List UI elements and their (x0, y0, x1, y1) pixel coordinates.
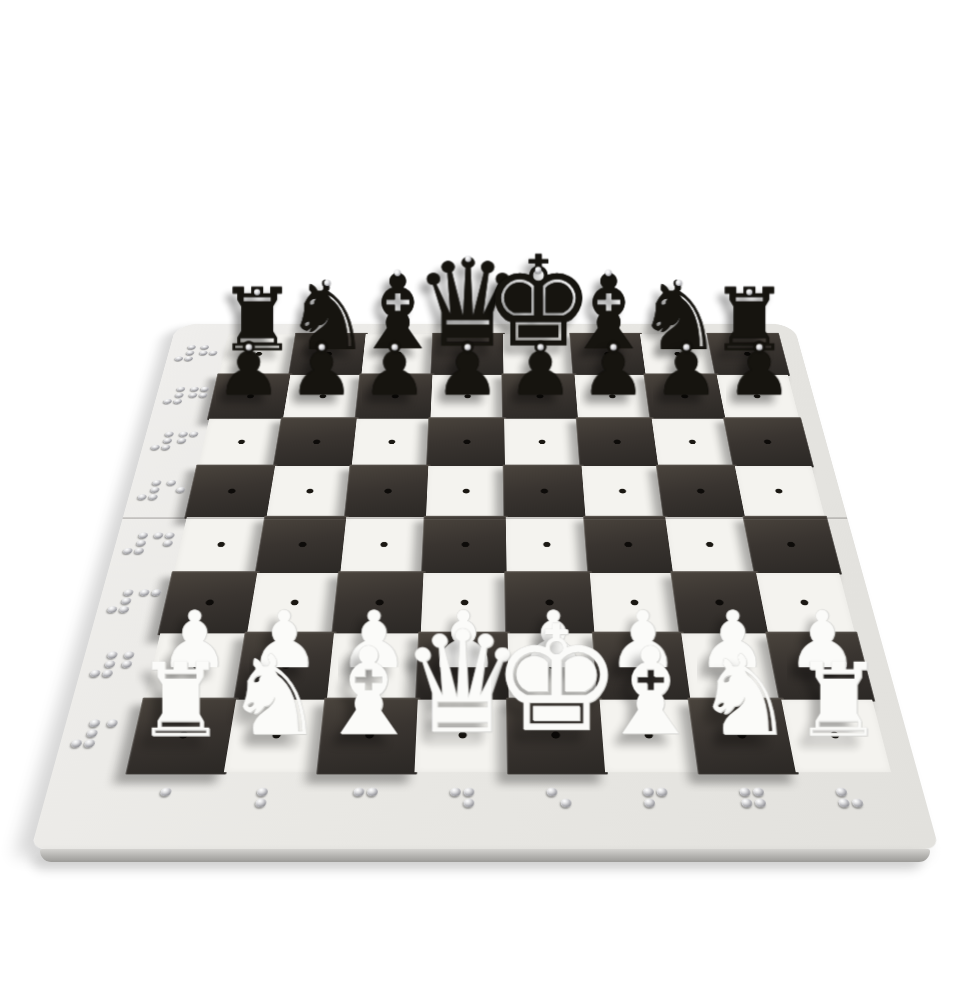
peg-hole (539, 440, 546, 444)
braille-dot (160, 788, 172, 797)
square-e4[interactable] (506, 517, 590, 573)
braille-dot (121, 660, 133, 667)
square-g4[interactable] (665, 517, 756, 573)
square-e1[interactable] (506, 698, 608, 775)
peg-hole (272, 732, 281, 739)
braille-dot (89, 719, 101, 727)
braille-cell (163, 387, 186, 404)
braille-dot (167, 480, 177, 486)
square-e2[interactable] (508, 633, 600, 699)
braille-dot (190, 387, 199, 392)
braille-dot (656, 788, 668, 797)
braille-cell (450, 788, 475, 819)
braille-dot (123, 548, 134, 554)
peg-hole (298, 542, 306, 547)
square-g6[interactable] (652, 419, 735, 466)
peg-hole (205, 600, 214, 606)
piece-pin (676, 280, 682, 286)
square-h1[interactable] (781, 700, 891, 773)
square-c7[interactable] (355, 374, 435, 420)
square-d6[interactable] (426, 417, 507, 467)
square-d1[interactable] (414, 700, 509, 773)
square-g3[interactable] (670, 571, 770, 635)
peg-hole (463, 440, 470, 444)
square-d3[interactable] (421, 573, 508, 634)
braille-dot (137, 494, 147, 500)
braille-dot (464, 799, 475, 808)
braille-dot (107, 651, 119, 658)
square-g7[interactable] (643, 374, 727, 420)
braille-dot (86, 729, 98, 737)
braille-dot (134, 548, 145, 554)
braille-dot (163, 399, 172, 404)
peg-hole (644, 732, 653, 739)
braille-dot (177, 438, 187, 443)
square-a3[interactable] (157, 571, 259, 635)
braille-dot (257, 788, 269, 797)
peg-hole (545, 600, 553, 606)
braille-cell (137, 480, 162, 500)
square-a4[interactable] (174, 517, 266, 573)
square-c5[interactable] (344, 465, 431, 519)
braille-dot (165, 532, 175, 538)
square-d4[interactable] (421, 516, 509, 575)
square-f5[interactable] (582, 466, 666, 517)
square-f7[interactable] (575, 375, 652, 419)
peg-hole (238, 440, 246, 444)
peg-hole (463, 489, 470, 494)
square-f3[interactable] (590, 573, 681, 634)
braille-dot (148, 494, 158, 500)
square-b2[interactable] (233, 632, 336, 702)
square-b5[interactable] (266, 466, 351, 517)
square-d2[interactable] (415, 632, 511, 702)
peg-hole (388, 440, 395, 444)
square-b3[interactable] (247, 573, 340, 634)
peg-hole (319, 394, 326, 398)
square-b8[interactable] (288, 333, 368, 376)
square-e7[interactable] (502, 374, 581, 420)
peg-hole (697, 489, 705, 494)
braille-cell (198, 345, 219, 361)
braille-dot (163, 540, 173, 546)
braille-dot (200, 387, 209, 392)
braille-dot (123, 589, 134, 596)
braille-dot (255, 799, 267, 808)
braille-dot (136, 540, 147, 546)
peg-hole (706, 542, 714, 547)
peg-hole (178, 732, 188, 739)
square-g1[interactable] (688, 698, 799, 775)
braille-dot (464, 788, 475, 797)
peg-hole (775, 489, 783, 494)
braille-dot (151, 445, 161, 450)
braille-rank-label-5 (137, 480, 187, 500)
braille-dot (353, 788, 364, 797)
braille-dot (176, 487, 186, 493)
braille-dot (119, 606, 130, 613)
braille-dot (107, 606, 118, 613)
braille-dot (104, 660, 116, 667)
braille-dot (739, 788, 751, 797)
braille-dot (138, 532, 148, 538)
braille-dot (185, 356, 194, 361)
braille-dot (102, 670, 114, 677)
chess-board: ♜♞♝♛♚♝♞♜♟♟♟♟♟♟♟♟♟♟♟♟♟♟♟♟♜♞♝♛♚♝♞♜ (31, 324, 939, 849)
braille-dot (189, 432, 198, 437)
braille-dot (753, 788, 765, 797)
braille-rank-label-6 (151, 432, 199, 450)
braille-dot (124, 651, 135, 658)
square-c8[interactable] (361, 334, 434, 375)
square-e5[interactable] (503, 465, 588, 519)
braille-dot (188, 345, 197, 349)
peg-hole (543, 542, 551, 547)
peg-hole (726, 663, 735, 669)
braille-cell (151, 432, 175, 450)
square-h2[interactable] (765, 632, 875, 702)
peg-hole (371, 663, 379, 669)
peg-hole (830, 732, 840, 739)
braille-rank-label-7 (163, 387, 209, 404)
peg-hole (313, 440, 321, 444)
braille-dot (139, 589, 150, 596)
square-b4[interactable] (255, 516, 349, 575)
piece-pin (324, 280, 330, 286)
peg-hole (392, 394, 399, 398)
peg-hole (814, 663, 824, 669)
square-g8[interactable] (640, 334, 717, 375)
braille-dot (151, 589, 162, 596)
braille-rank-label-8 (175, 345, 219, 361)
square-d5[interactable] (426, 466, 506, 517)
braille-dot (89, 670, 101, 677)
peg-hole (541, 489, 549, 494)
peg-hole (624, 542, 632, 547)
braille-dot (84, 739, 96, 747)
square-e8[interactable] (503, 334, 575, 375)
peg-hole (737, 732, 747, 739)
braille-dot (175, 393, 184, 398)
square-b7[interactable] (283, 375, 361, 419)
square-c2[interactable] (327, 633, 421, 699)
peg-hole (787, 542, 796, 547)
square-c4[interactable] (340, 517, 426, 573)
peg-hole (604, 352, 611, 356)
board-front-edge (40, 849, 930, 862)
braille-rank-label-1 (70, 719, 131, 747)
square-d7[interactable] (430, 375, 504, 419)
peg-hole (689, 440, 696, 444)
square-h3[interactable] (756, 573, 855, 634)
braille-rank-label-3 (107, 589, 162, 613)
peg-hole (637, 663, 646, 669)
square-g2[interactable] (681, 633, 781, 699)
braille-cell (253, 788, 282, 819)
braille-dot (741, 799, 753, 808)
piece-pin (606, 270, 612, 276)
braille-cell (175, 345, 197, 361)
braille-dot (152, 480, 162, 486)
peg-hole (681, 394, 689, 398)
braille-file-label-e (547, 788, 573, 819)
peg-hole (217, 542, 225, 547)
square-c3[interactable] (331, 571, 426, 635)
peg-hole (715, 600, 724, 606)
peg-hole (613, 440, 621, 444)
piece-pin (746, 289, 752, 295)
peg-hole (462, 542, 470, 547)
square-d8[interactable] (430, 333, 505, 376)
braille-dot (201, 345, 210, 349)
peg-hole (228, 489, 236, 494)
peg-hole (306, 489, 314, 494)
peg-hole (800, 600, 809, 605)
braille-rank-label-4 (123, 532, 176, 554)
square-b6[interactable] (273, 417, 359, 467)
braille-dot (175, 356, 184, 361)
peg-hole (395, 352, 402, 356)
braille-dot (838, 799, 851, 808)
square-h6[interactable] (723, 417, 814, 467)
braille-dot (177, 387, 186, 392)
braille-dot (163, 438, 173, 443)
peg-hole (763, 440, 771, 444)
braille-file-label-f (643, 788, 671, 819)
peg-hole (365, 732, 374, 739)
scene: ♜♞♝♛♚♝♞♜♟♟♟♟♟♟♟♟♟♟♟♟♟♟♟♟♜♞♝♛♚♝♞♜ (31, 0, 939, 849)
peg-hole (619, 489, 627, 494)
square-a2[interactable] (145, 633, 247, 699)
piece-pin (465, 256, 471, 262)
braille-dot (186, 351, 195, 355)
peg-hole (375, 600, 384, 606)
peg-hole (281, 663, 290, 669)
braille-dot (154, 532, 164, 538)
peg-hole (380, 542, 388, 547)
square-e3[interactable] (504, 571, 597, 635)
braille-dot (754, 799, 766, 808)
square-f8[interactable] (569, 333, 647, 376)
peg-hole (247, 394, 255, 398)
square-f2[interactable] (592, 632, 693, 702)
peg-hole (744, 352, 752, 356)
square-a8[interactable] (219, 334, 297, 375)
peg-hole (674, 352, 681, 356)
braille-dot (835, 788, 848, 797)
square-e6[interactable] (504, 419, 581, 466)
piece-pin (395, 270, 401, 276)
square-h5[interactable] (735, 466, 825, 517)
peg-hole (255, 352, 262, 356)
braille-cell (352, 788, 379, 819)
braille-dot (70, 739, 82, 747)
braille-dot (121, 598, 132, 605)
braille-cell (643, 788, 671, 819)
braille-dot (209, 351, 218, 355)
peg-hole (458, 732, 466, 739)
square-c1[interactable] (316, 698, 420, 775)
square-b1[interactable] (224, 700, 327, 773)
braille-file-label-b (253, 788, 282, 819)
square-h8[interactable] (706, 333, 790, 376)
braille-dot (643, 788, 655, 797)
square-a6[interactable] (198, 419, 283, 466)
braille-dot (851, 799, 864, 808)
braille-rank-label-2 (89, 651, 147, 677)
peg-hole (464, 394, 471, 398)
peg-hole (630, 600, 638, 605)
peg-hole (609, 394, 616, 398)
braille-cell (123, 532, 149, 554)
square-a5[interactable] (184, 465, 277, 519)
peg-hole (459, 663, 468, 669)
braille-dot (547, 788, 558, 797)
braille-dot (150, 487, 160, 493)
braille-dot (450, 788, 461, 797)
peg-hole (535, 352, 541, 356)
square-h4[interactable] (743, 516, 842, 575)
peg-hole (551, 732, 560, 739)
braille-dot (199, 351, 208, 355)
square-c6[interactable] (352, 419, 431, 466)
braille-file-label-d (450, 788, 475, 819)
piece-pin (254, 289, 260, 295)
braille-dot (199, 393, 208, 398)
square-g5[interactable] (656, 465, 748, 519)
peg-hole (548, 663, 556, 669)
piece-pin (535, 267, 541, 273)
braille-dot (179, 432, 188, 437)
braille-dot (561, 799, 572, 808)
braille-dot (644, 799, 656, 808)
square-f4[interactable] (583, 516, 675, 575)
peg-hole (325, 352, 332, 356)
square-f6[interactable] (576, 417, 661, 467)
peg-hole (290, 600, 298, 605)
peg-hole (461, 600, 469, 605)
braille-dot (161, 445, 171, 450)
square-a7[interactable] (207, 374, 293, 420)
peg-hole (465, 352, 472, 356)
peg-hole (753, 394, 760, 398)
peg-hole (384, 489, 392, 494)
square-h7[interactable] (717, 375, 799, 419)
board-grid (129, 334, 892, 772)
peg-hole (536, 394, 543, 398)
peg-hole (193, 663, 202, 669)
braille-dot (106, 719, 118, 727)
braille-dot (165, 432, 175, 437)
braille-dot (367, 788, 378, 797)
square-f1[interactable] (600, 700, 701, 773)
braille-cell (547, 788, 573, 819)
braille-dot (189, 393, 198, 398)
braille-dot (173, 399, 182, 404)
square-a1[interactable] (125, 698, 238, 775)
braille-file-label-c (352, 788, 379, 819)
